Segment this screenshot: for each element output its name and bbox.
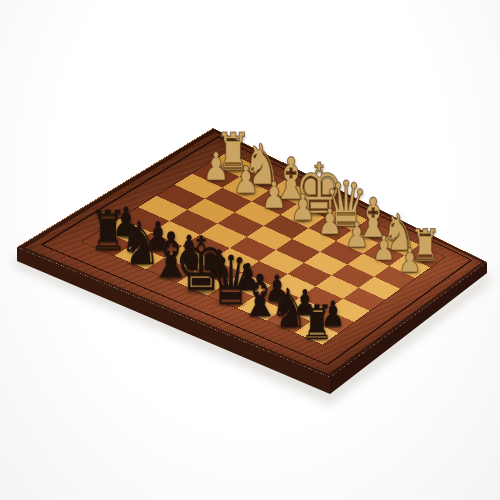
piece-black-queen-d8: ♛ [201, 247, 262, 315]
piece-black-pawn-h7: ♟ [108, 202, 144, 243]
piece-black-knight-g8: ♞ [113, 213, 167, 273]
piece-black-pawn-b7: ♟ [289, 284, 321, 320]
bishop-glyph: ♝ [354, 192, 392, 247]
piece-contact-shadow [294, 312, 316, 317]
piece-black-bishop-f8: ♝ [143, 225, 199, 288]
pawn-glyph: ♟ [345, 218, 369, 253]
bishop-glyph: ♝ [240, 266, 281, 325]
piece-white-queen-d1: ♛ [318, 173, 374, 236]
piece-contact-shadow [234, 191, 257, 197]
piece-white-rook-h1: ♜ [210, 127, 256, 179]
piece-contact-shadow [146, 247, 171, 253]
piece-contact-shadow [297, 208, 340, 218]
piece-black-rook-a8: ♜ [295, 299, 338, 347]
piece-white-pawn-g2: ♟ [229, 162, 263, 200]
piece-contact-shadow [347, 244, 369, 249]
rook-glyph: ♜ [300, 299, 333, 347]
piece-black-pawn-c7: ♟ [261, 271, 294, 308]
piece-white-pawn-d2: ♟ [314, 204, 346, 240]
pawn-glyph: ♟ [232, 162, 258, 200]
piece-white-pawn-h2: ♟ [199, 148, 234, 187]
bishop-glyph: ♝ [271, 150, 312, 208]
piece-contact-shadow [322, 324, 344, 329]
pawn-glyph: ♟ [261, 177, 287, 214]
piece-black-pawn-g7: ♟ [140, 217, 176, 257]
piece-contact-shadow [272, 323, 306, 331]
piece-contact-shadow [319, 231, 341, 236]
photo-background: ♜♞♝♛♚♝♞♜♟♟♟♟♟♟♟♟♟♟♟♟♟♟♟♟♜♞♝♛♚♝♞♜ [0, 0, 500, 500]
piece-white-pawn-f2: ♟ [258, 177, 291, 214]
piece-contact-shadow [151, 272, 190, 281]
pieces-layer: ♜♞♝♛♚♝♞♜♟♟♟♟♟♟♟♟♟♟♟♟♟♟♟♟♜♞♝♛♚♝♞♜ [0, 0, 500, 500]
pawn-glyph: ♟ [398, 243, 421, 276]
piece-contact-shadow [266, 299, 289, 304]
piece-black-rook-h8: ♜ [83, 203, 133, 259]
piece-white-pawn-b2: ♟ [369, 231, 399, 265]
knight-glyph: ♞ [381, 207, 416, 258]
pawn-glyph: ♟ [205, 245, 232, 283]
pawn-glyph: ♟ [235, 258, 261, 295]
piece-white-pawn-a2: ♟ [395, 243, 425, 276]
piece-contact-shadow [90, 245, 125, 253]
piece-contact-shadow [121, 259, 158, 268]
knight-glyph: ♞ [270, 282, 308, 336]
king-glyph: ♚ [294, 154, 343, 224]
piece-contact-shadow [373, 257, 394, 262]
piece-white-pawn-c2: ♟ [342, 218, 373, 253]
bishop-glyph: ♝ [149, 225, 193, 288]
piece-white-king-e1: ♚ [288, 154, 350, 224]
queen-glyph: ♛ [207, 247, 254, 315]
piece-contact-shadow [204, 177, 228, 183]
pawn-glyph: ♟ [372, 231, 396, 265]
piece-white-pawn-e2: ♟ [286, 191, 318, 227]
piece-black-knight-b8: ♞ [265, 282, 314, 336]
piece-black-king-e8: ♚ [168, 228, 235, 303]
pawn-glyph: ♟ [175, 231, 202, 270]
piece-black-bishop-c8: ♝ [234, 266, 286, 325]
rook-glyph: ♜ [215, 127, 251, 179]
king-glyph: ♚ [175, 228, 227, 303]
pawn-glyph: ♟ [144, 217, 172, 257]
piece-contact-shadow [114, 234, 139, 240]
piece-black-pawn-a7: ♟ [317, 297, 348, 332]
piece-black-pawn-e7: ♟ [202, 245, 236, 283]
pawn-glyph: ♟ [318, 204, 343, 240]
piece-contact-shadow [207, 274, 231, 280]
piece-contact-shadow [237, 287, 260, 293]
piece-contact-shadow [177, 261, 201, 267]
piece-white-rook-a1: ♜ [405, 224, 445, 269]
rook-glyph: ♜ [409, 224, 440, 269]
knight-glyph: ♞ [243, 138, 282, 194]
piece-contact-shadow [411, 258, 439, 265]
piece-contact-shadow [327, 221, 366, 230]
pawn-glyph: ♟ [203, 148, 230, 187]
piece-contact-shadow [245, 181, 280, 189]
piece-white-knight-b1: ♞ [376, 207, 421, 258]
piece-white-bishop-f1: ♝ [265, 150, 317, 208]
pawn-glyph: ♟ [112, 202, 140, 243]
pawn-glyph: ♟ [290, 191, 315, 227]
pawn-glyph: ♟ [264, 271, 290, 308]
piece-contact-shadow [273, 194, 309, 203]
piece-contact-shadow [217, 167, 249, 175]
rook-glyph: ♜ [88, 203, 127, 259]
piece-white-knight-g1: ♞ [237, 138, 287, 194]
knight-glyph: ♞ [118, 213, 160, 273]
piece-black-pawn-d7: ♟ [231, 258, 264, 295]
piece-contact-shadow [383, 246, 414, 254]
pawn-glyph: ♟ [321, 297, 345, 332]
piece-contact-shadow [242, 311, 278, 320]
queen-glyph: ♛ [324, 173, 368, 236]
piece-contact-shadow [356, 234, 390, 242]
piece-contact-shadow [263, 205, 286, 211]
piece-contact-shadow [210, 298, 252, 308]
piece-contact-shadow [291, 218, 313, 223]
piece-contact-shadow [178, 286, 224, 297]
piece-contact-shadow [302, 335, 332, 342]
piece-contact-shadow [400, 269, 421, 274]
piece-white-bishop-c1: ♝ [348, 192, 397, 247]
pawn-glyph: ♟ [293, 284, 318, 320]
piece-black-pawn-f7: ♟ [171, 231, 206, 270]
